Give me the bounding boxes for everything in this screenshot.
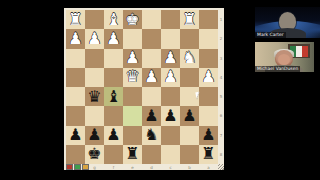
square-a8[interactable]: ♜ xyxy=(199,145,218,164)
square-f7[interactable]: ♟ xyxy=(104,126,123,145)
square-b3[interactable]: ♞ xyxy=(180,49,199,68)
file-label-f: f xyxy=(104,164,123,170)
square-h4[interactable] xyxy=(66,68,85,87)
square-h1[interactable]: ♜ xyxy=(66,10,85,29)
white-pawn-h2[interactable]: ♟ xyxy=(68,30,82,46)
square-e6[interactable] xyxy=(123,106,142,125)
black-pawn-c6[interactable]: ♟ xyxy=(163,107,177,123)
square-h5[interactable] xyxy=(66,87,85,106)
square-d3[interactable] xyxy=(142,49,161,68)
rank-label-4: 4 xyxy=(218,68,224,87)
square-a1[interactable] xyxy=(199,10,218,29)
square-c3[interactable]: ♟ xyxy=(161,49,180,68)
black-pawn-h7[interactable]: ♟ xyxy=(68,127,82,143)
white-rook-b1[interactable]: ♜ xyxy=(182,11,196,27)
square-a5[interactable] xyxy=(199,87,218,106)
rank-label-8: 8 xyxy=(218,145,224,164)
square-a4[interactable]: ♟ xyxy=(199,68,218,87)
participant-2-face xyxy=(278,54,290,65)
file-label-a: a xyxy=(199,164,218,170)
square-d4[interactable]: ♟ xyxy=(142,68,161,87)
black-bishop-f5[interactable]: ♝ xyxy=(106,88,120,104)
rank-label-7: 7 xyxy=(218,126,224,145)
square-h3[interactable] xyxy=(66,49,85,68)
square-d5[interactable] xyxy=(142,87,161,106)
square-c5[interactable] xyxy=(161,87,180,106)
square-d7[interactable]: ♞ xyxy=(142,126,161,145)
black-pawn-f7[interactable]: ♟ xyxy=(106,127,120,143)
file-label-d: d xyxy=(142,164,161,170)
white-bishop-f1[interactable]: ♝ xyxy=(106,11,120,27)
file-label-e: e xyxy=(123,164,142,170)
square-d2[interactable] xyxy=(142,29,161,48)
black-rook-a8[interactable]: ♜ xyxy=(201,146,215,162)
square-c6[interactable]: ♟ xyxy=(161,106,180,125)
square-a6[interactable] xyxy=(199,106,218,125)
participant-1-name: Mark Carter xyxy=(255,32,286,38)
black-knight-d7[interactable]: ♞ xyxy=(144,127,158,143)
white-pawn-c4[interactable]: ♟ xyxy=(163,69,177,85)
square-d1[interactable] xyxy=(142,10,161,29)
square-h2[interactable]: ♟ xyxy=(66,29,85,48)
black-rook-e8[interactable]: ♜ xyxy=(125,146,139,162)
rank-coordinates: 12345678 xyxy=(218,10,224,164)
rank-label-6: 6 xyxy=(218,106,224,125)
square-h6[interactable] xyxy=(66,106,85,125)
flag-red-stripe xyxy=(302,46,308,57)
square-g5[interactable]: ♛ xyxy=(85,87,104,106)
square-c8[interactable] xyxy=(161,145,180,164)
square-e5[interactable] xyxy=(123,87,142,106)
black-pawn-g7[interactable]: ♟ xyxy=(87,127,101,143)
square-a2[interactable] xyxy=(199,29,218,48)
video-tile-1: Mark Carter xyxy=(255,7,320,38)
square-b1[interactable]: ♜ xyxy=(180,10,199,29)
rank-label-1: 1 xyxy=(218,10,224,29)
participant-2-name: Michael VanDusen xyxy=(255,66,300,72)
black-pawn-b6[interactable]: ♟ xyxy=(182,107,196,123)
file-label-c: c xyxy=(161,164,180,170)
square-g2[interactable]: ♟ xyxy=(85,29,104,48)
square-c2[interactable] xyxy=(161,29,180,48)
white-pawn-e3[interactable]: ♟ xyxy=(125,50,139,66)
square-b4[interactable] xyxy=(180,68,199,87)
rank-label-3: 3 xyxy=(218,49,224,68)
square-b7[interactable] xyxy=(180,126,199,145)
white-pawn-f2[interactable]: ♟ xyxy=(106,30,120,46)
square-c7[interactable] xyxy=(161,126,180,145)
black-king-g8[interactable]: ♚ xyxy=(87,146,101,162)
square-f6[interactable] xyxy=(104,106,123,125)
chessboard-frame: ♜♝♚♜♟♟♟♟♟♞♛♟♟♟♛♝♟♟♟♟♟♟♞♟♚♜♜ 12345678 hgf… xyxy=(64,8,224,170)
square-d8[interactable] xyxy=(142,145,161,164)
square-e8[interactable]: ♜ xyxy=(123,145,142,164)
square-g3[interactable] xyxy=(85,49,104,68)
square-c1[interactable] xyxy=(161,10,180,29)
square-c4[interactable]: ♟ xyxy=(161,68,180,87)
white-queen-e4[interactable]: ♛ xyxy=(125,69,139,85)
square-a3[interactable] xyxy=(199,49,218,68)
square-g4[interactable] xyxy=(85,68,104,87)
square-g7[interactable]: ♟ xyxy=(85,126,104,145)
square-f5[interactable]: ♝ xyxy=(104,87,123,106)
yellow-chip-icon[interactable] xyxy=(82,164,89,170)
rank-label-5: 5 xyxy=(218,87,224,106)
video-tile-2: Michael VanDusen xyxy=(255,42,314,72)
square-f4[interactable] xyxy=(104,68,123,87)
white-pawn-g2[interactable]: ♟ xyxy=(87,30,101,46)
black-pawn-d6[interactable]: ♟ xyxy=(144,107,158,123)
square-h8[interactable] xyxy=(66,145,85,164)
toolbar-chips xyxy=(66,165,89,170)
chessboard[interactable]: ♜♝♚♜♟♟♟♟♟♞♛♟♟♟♛♝♟♟♟♟♟♟♞♟♚♜♜ xyxy=(66,10,218,164)
resize-handle-icon[interactable] xyxy=(218,164,224,170)
black-pawn-a7[interactable]: ♟ xyxy=(201,127,215,143)
white-knight-b3[interactable]: ♞ xyxy=(182,50,196,66)
green-chip-icon[interactable] xyxy=(74,164,81,170)
white-pawn-c3[interactable]: ♟ xyxy=(163,50,177,66)
square-e2[interactable] xyxy=(123,29,142,48)
white-pawn-d4[interactable]: ♟ xyxy=(144,69,158,85)
square-f8[interactable] xyxy=(104,145,123,164)
app-canvas: ♜♝♚♜♟♟♟♟♟♞♛♟♟♟♛♝♟♟♟♟♟♟♞♟♚♜♜ 12345678 hgf… xyxy=(0,0,320,180)
black-queen-g5[interactable]: ♛ xyxy=(87,88,101,104)
square-b6[interactable]: ♟ xyxy=(180,106,199,125)
square-b8[interactable] xyxy=(180,145,199,164)
square-g1[interactable] xyxy=(85,10,104,29)
square-g6[interactable] xyxy=(85,106,104,125)
square-e1[interactable]: ♚ xyxy=(123,10,142,29)
square-e3[interactable]: ♟ xyxy=(123,49,142,68)
square-f3[interactable] xyxy=(104,49,123,68)
square-f1[interactable]: ♝ xyxy=(104,10,123,29)
rank-label-2: 2 xyxy=(218,29,224,48)
white-rook-h1[interactable]: ♜ xyxy=(68,11,82,27)
white-pawn-a4[interactable]: ♟ xyxy=(201,69,215,85)
white-king-e1[interactable]: ♚ xyxy=(125,11,139,27)
square-b2[interactable] xyxy=(180,29,199,48)
square-f2[interactable]: ♟ xyxy=(104,29,123,48)
square-g8[interactable]: ♚ xyxy=(85,145,104,164)
file-label-b: b xyxy=(180,164,199,170)
square-e4[interactable]: ♛ xyxy=(123,68,142,87)
square-h7[interactable]: ♟ xyxy=(66,126,85,145)
square-e7[interactable] xyxy=(123,126,142,145)
square-d6[interactable]: ♟ xyxy=(142,106,161,125)
red-chip-icon[interactable] xyxy=(66,164,73,170)
square-a7[interactable]: ♟ xyxy=(199,126,218,145)
